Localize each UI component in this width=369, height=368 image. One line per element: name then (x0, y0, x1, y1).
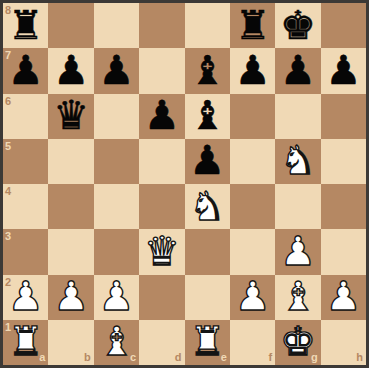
square-g3[interactable]: ♟ (275, 229, 320, 274)
piece-black-pawn[interactable]: ♟ (189, 140, 225, 180)
piece-black-pawn[interactable]: ♟ (280, 50, 316, 90)
square-a4[interactable]: 4 (3, 184, 48, 229)
square-g8[interactable]: ♚ (275, 3, 320, 48)
square-b1[interactable]: b (48, 320, 93, 365)
piece-white-pawn[interactable]: ♟ (8, 276, 44, 316)
square-a8[interactable]: 8♜ (3, 3, 48, 48)
square-h1[interactable]: h (321, 320, 366, 365)
rank-label-4: 4 (5, 186, 11, 197)
square-b2[interactable]: ♟ (48, 275, 93, 320)
file-label-d: d (175, 352, 182, 363)
square-a3[interactable]: 3 (3, 229, 48, 274)
file-label-f: f (269, 352, 273, 363)
square-e8[interactable] (185, 3, 230, 48)
square-h2[interactable]: ♟ (321, 275, 366, 320)
piece-white-queen[interactable]: ♛ (144, 231, 180, 271)
square-a6[interactable]: 6 (3, 94, 48, 139)
piece-black-rook[interactable]: ♜ (235, 5, 271, 45)
piece-white-bishop[interactable]: ♝ (280, 276, 316, 316)
square-g2[interactable]: ♝ (275, 275, 320, 320)
square-e6[interactable]: ♝ (185, 94, 230, 139)
piece-black-pawn[interactable]: ♟ (99, 50, 135, 90)
square-c5[interactable] (94, 139, 139, 184)
file-label-h: h (356, 352, 363, 363)
square-c8[interactable] (94, 3, 139, 48)
square-e5[interactable]: ♟ (185, 139, 230, 184)
square-b4[interactable] (48, 184, 93, 229)
square-e4[interactable]: ♞ (185, 184, 230, 229)
square-f2[interactable]: ♟ (230, 275, 275, 320)
square-h8[interactable] (321, 3, 366, 48)
piece-white-knight[interactable]: ♞ (280, 140, 316, 180)
square-c3[interactable] (94, 229, 139, 274)
square-d7[interactable] (139, 48, 184, 93)
square-d2[interactable] (139, 275, 184, 320)
square-c4[interactable] (94, 184, 139, 229)
piece-black-pawn[interactable]: ♟ (325, 50, 361, 90)
square-b6[interactable]: ♛ (48, 94, 93, 139)
piece-white-king[interactable]: ♚ (280, 321, 316, 361)
piece-black-bishop[interactable]: ♝ (189, 95, 225, 135)
square-f7[interactable]: ♟ (230, 48, 275, 93)
square-h7[interactable]: ♟ (321, 48, 366, 93)
square-c2[interactable]: ♟ (94, 275, 139, 320)
piece-black-bishop[interactable]: ♝ (189, 50, 225, 90)
square-a5[interactable]: 5 (3, 139, 48, 184)
piece-black-king[interactable]: ♚ (280, 5, 316, 45)
piece-white-knight[interactable]: ♞ (189, 186, 225, 226)
square-d1[interactable]: d (139, 320, 184, 365)
square-a1[interactable]: 1a♜ (3, 320, 48, 365)
square-b3[interactable] (48, 229, 93, 274)
piece-white-rook[interactable]: ♜ (189, 321, 225, 361)
square-g5[interactable]: ♞ (275, 139, 320, 184)
square-h4[interactable] (321, 184, 366, 229)
square-e1[interactable]: e♜ (185, 320, 230, 365)
piece-black-pawn[interactable]: ♟ (235, 50, 271, 90)
piece-black-rook[interactable]: ♜ (8, 5, 44, 45)
square-c6[interactable] (94, 94, 139, 139)
square-f3[interactable] (230, 229, 275, 274)
square-d8[interactable] (139, 3, 184, 48)
piece-white-pawn[interactable]: ♟ (325, 276, 361, 316)
piece-white-pawn[interactable]: ♟ (99, 276, 135, 316)
square-h3[interactable] (321, 229, 366, 274)
piece-white-bishop[interactable]: ♝ (99, 321, 135, 361)
square-f6[interactable] (230, 94, 275, 139)
square-c1[interactable]: c♝ (94, 320, 139, 365)
piece-white-pawn[interactable]: ♟ (235, 276, 271, 316)
square-f8[interactable]: ♜ (230, 3, 275, 48)
piece-black-pawn[interactable]: ♟ (53, 50, 89, 90)
rank-label-3: 3 (5, 231, 11, 242)
square-g7[interactable]: ♟ (275, 48, 320, 93)
square-b5[interactable] (48, 139, 93, 184)
chess-board-frame: 8♜♜♚7♟♟♟♝♟♟♟6♛♟♝5♟♞4♞3♛♟2♟♟♟♟♝♟1a♜bc♝de♜… (0, 0, 369, 368)
piece-white-rook[interactable]: ♜ (8, 321, 44, 361)
square-c7[interactable]: ♟ (94, 48, 139, 93)
square-f5[interactable] (230, 139, 275, 184)
square-a7[interactable]: 7♟ (3, 48, 48, 93)
square-d6[interactable]: ♟ (139, 94, 184, 139)
square-b7[interactable]: ♟ (48, 48, 93, 93)
square-g6[interactable] (275, 94, 320, 139)
square-b8[interactable] (48, 3, 93, 48)
file-label-b: b (84, 352, 91, 363)
piece-white-pawn[interactable]: ♟ (53, 276, 89, 316)
square-d3[interactable]: ♛ (139, 229, 184, 274)
piece-white-pawn[interactable]: ♟ (280, 231, 316, 271)
square-f1[interactable]: f (230, 320, 275, 365)
square-d4[interactable] (139, 184, 184, 229)
square-a2[interactable]: 2♟ (3, 275, 48, 320)
square-d5[interactable] (139, 139, 184, 184)
square-e2[interactable] (185, 275, 230, 320)
square-h6[interactable] (321, 94, 366, 139)
square-g1[interactable]: g♚ (275, 320, 320, 365)
square-g4[interactable] (275, 184, 320, 229)
rank-label-6: 6 (5, 96, 11, 107)
piece-black-pawn[interactable]: ♟ (144, 95, 180, 135)
square-e3[interactable] (185, 229, 230, 274)
square-h5[interactable] (321, 139, 366, 184)
square-f4[interactable] (230, 184, 275, 229)
square-e7[interactable]: ♝ (185, 48, 230, 93)
rank-label-5: 5 (5, 141, 11, 152)
piece-black-pawn[interactable]: ♟ (8, 50, 44, 90)
piece-black-queen[interactable]: ♛ (53, 95, 89, 135)
chess-board: 8♜♜♚7♟♟♟♝♟♟♟6♛♟♝5♟♞4♞3♛♟2♟♟♟♟♝♟1a♜bc♝de♜… (3, 3, 366, 365)
